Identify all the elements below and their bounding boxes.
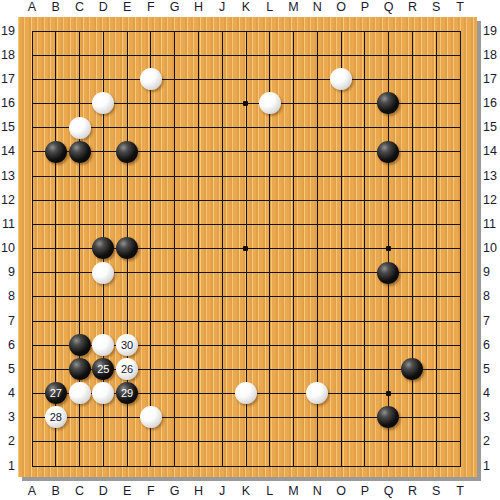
star-point-Q10 [386,246,391,251]
row-label-right-5: 5 [483,362,500,377]
column-label-top-E: E [117,1,137,14]
column-label-bottom-O: O [331,485,351,498]
black-stone-B14 [45,141,67,163]
column-label-bottom-R: R [402,485,422,498]
column-label-top-A: A [22,1,42,14]
row-label-left-8: 8 [0,289,15,304]
row-label-right-19: 19 [483,24,500,39]
row-label-right-14: 14 [483,144,500,159]
column-label-top-G: G [165,1,185,14]
column-label-top-J: J [212,1,232,14]
row-label-left-11: 11 [0,217,15,232]
move-number-label: 26 [121,364,133,375]
column-label-top-N: N [307,1,327,14]
row-label-right-7: 7 [483,314,500,329]
row-label-left-7: 7 [0,314,15,329]
row-label-right-6: 6 [483,338,500,353]
white-stone-D9 [92,262,114,284]
column-label-bottom-K: K [236,485,256,498]
star-point-Q4 [386,391,391,396]
column-label-top-O: O [331,1,351,14]
white-stone-E5: 26 [116,358,138,380]
column-label-bottom-G: G [165,485,185,498]
row-label-right-4: 4 [483,386,500,401]
column-label-bottom-N: N [307,485,327,498]
white-stone-K4 [235,382,257,404]
row-label-left-4: 4 [0,386,15,401]
move-number-label: 29 [121,388,133,399]
row-label-right-12: 12 [483,193,500,208]
black-stone-R5 [401,358,423,380]
move-number-label: 30 [121,340,133,351]
column-label-top-H: H [188,1,208,14]
white-stone-O17 [330,68,352,90]
column-label-top-B: B [46,1,66,14]
column-label-top-D: D [93,1,113,14]
black-stone-C6 [69,334,91,356]
row-label-left-19: 19 [0,24,15,39]
column-label-bottom-H: H [188,485,208,498]
move-number-label: 25 [97,364,109,375]
column-label-top-S: S [426,1,446,14]
row-label-left-18: 18 [0,48,15,63]
black-stone-B4: 27 [45,382,67,404]
row-label-left-6: 6 [0,338,15,353]
row-label-right-1: 1 [483,459,500,474]
star-point-K16 [243,101,248,106]
column-label-bottom-C: C [70,485,90,498]
column-label-bottom-F: F [141,485,161,498]
star-point-K10 [243,246,248,251]
column-label-bottom-P: P [355,485,375,498]
white-stone-E6: 30 [116,334,138,356]
row-label-right-15: 15 [483,120,500,135]
black-stone-C14 [69,141,91,163]
row-label-left-1: 1 [0,459,15,474]
row-label-right-9: 9 [483,265,500,280]
column-label-bottom-M: M [284,485,304,498]
column-label-bottom-B: B [46,485,66,498]
row-label-left-13: 13 [0,169,15,184]
row-label-left-14: 14 [0,144,15,159]
move-number-label: 27 [50,388,62,399]
column-label-bottom-J: J [212,485,232,498]
row-label-left-16: 16 [0,96,15,111]
move-number-label: 28 [50,412,62,423]
white-stone-C15 [69,117,91,139]
row-label-left-12: 12 [0,193,15,208]
column-label-top-L: L [260,1,280,14]
black-stone-Q16 [377,92,399,114]
row-label-right-8: 8 [483,289,500,304]
row-label-left-9: 9 [0,265,15,280]
row-label-right-10: 10 [483,241,500,256]
column-label-bottom-L: L [260,485,280,498]
black-stone-C5 [69,358,91,380]
row-label-right-11: 11 [483,217,500,232]
black-stone-D5: 25 [92,358,114,380]
row-label-right-2: 2 [483,434,500,449]
column-label-top-F: F [141,1,161,14]
row-label-right-18: 18 [483,48,500,63]
column-label-top-C: C [70,1,90,14]
column-label-bottom-D: D [93,485,113,498]
black-stone-E10 [116,237,138,259]
column-label-bottom-Q: Q [379,485,399,498]
column-label-top-Q: Q [379,1,399,14]
column-label-bottom-A: A [22,485,42,498]
white-stone-C4 [69,382,91,404]
row-label-left-17: 17 [0,72,15,87]
white-stone-N4 [306,382,328,404]
row-label-right-17: 17 [483,72,500,87]
column-label-top-P: P [355,1,375,14]
row-label-left-3: 3 [0,410,15,425]
black-stone-Q3 [377,406,399,428]
go-game-view: 252729302628 ABCDEFGHJKLMNOPQRST ABCDEFG… [0,0,500,500]
row-label-right-13: 13 [483,169,500,184]
column-label-top-M: M [284,1,304,14]
column-label-bottom-T: T [450,485,470,498]
row-label-left-15: 15 [0,120,15,135]
row-label-right-16: 16 [483,96,500,111]
row-label-right-3: 3 [483,410,500,425]
column-label-bottom-S: S [426,485,446,498]
white-stone-F3 [140,406,162,428]
black-stone-Q9 [377,262,399,284]
white-stone-D4 [92,382,114,404]
black-stone-D10 [92,237,114,259]
column-label-top-K: K [236,1,256,14]
row-label-left-10: 10 [0,241,15,256]
white-stone-B3: 28 [45,406,67,428]
white-stone-D16 [92,92,114,114]
board-intersections-grid[interactable]: 252729302628 [20,19,472,478]
row-label-left-2: 2 [0,434,15,449]
black-stone-E14 [116,141,138,163]
black-stone-Q14 [377,141,399,163]
row-label-left-5: 5 [0,362,15,377]
white-stone-F17 [140,68,162,90]
white-stone-L16 [259,92,281,114]
column-label-top-R: R [402,1,422,14]
black-stone-E4: 29 [116,382,138,404]
go-board: 252729302628 [18,17,477,477]
column-label-bottom-E: E [117,485,137,498]
column-label-top-T: T [450,1,470,14]
white-stone-D6 [92,334,114,356]
